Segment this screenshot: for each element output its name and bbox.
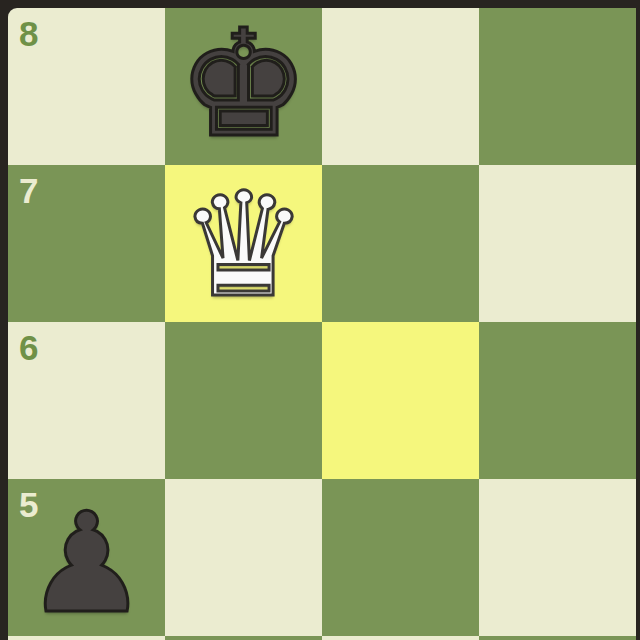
rank-label-6: 6 (19, 330, 38, 365)
square-b6[interactable] (165, 322, 322, 479)
square-a6[interactable]: 6 (8, 322, 165, 479)
square-a7[interactable]: 7 (8, 165, 165, 322)
square-a5[interactable]: 5 ♟ (8, 479, 165, 636)
square-b5[interactable] (165, 479, 322, 636)
square-d7[interactable] (479, 165, 636, 322)
square-c6-highlighted[interactable] (322, 322, 479, 479)
square-c4-sliver (322, 636, 479, 640)
black-king-piece[interactable]: ♚ (165, 8, 322, 163)
rank-label-8: 8 (19, 16, 38, 51)
square-c5[interactable] (322, 479, 479, 636)
square-b4-sliver (165, 636, 322, 640)
square-d8[interactable] (479, 8, 636, 165)
app-background: 8 ♚ 7 ♛ 6 5 ♟ (0, 0, 640, 640)
square-b7-highlighted[interactable]: ♛ (165, 165, 322, 322)
square-d5[interactable] (479, 479, 636, 636)
square-a8[interactable]: 8 (8, 8, 165, 165)
square-c8[interactable] (322, 8, 479, 165)
square-c7[interactable] (322, 165, 479, 322)
square-b8[interactable]: ♚ (165, 8, 322, 165)
square-d4-sliver (479, 636, 636, 640)
black-pawn-piece[interactable]: ♟ (8, 485, 165, 640)
rank-label-7: 7 (19, 173, 38, 208)
chess-board: 8 ♚ 7 ♛ 6 5 ♟ (8, 8, 636, 640)
square-d6[interactable] (479, 322, 636, 479)
white-queen-piece[interactable]: ♛ (165, 167, 322, 324)
